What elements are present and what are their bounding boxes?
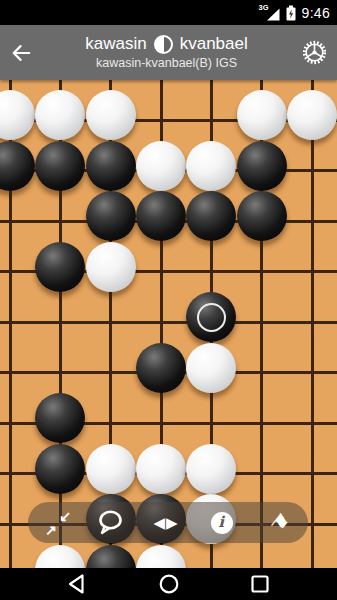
game-info-button[interactable]: i — [200, 502, 244, 543]
floating-toolbar: ↙ ↗ ◀▶ i ⚑ — [28, 502, 308, 543]
chat-bubble-icon — [96, 509, 124, 536]
pass-flag-button[interactable]: ⚑ — [257, 502, 301, 543]
stone-white[interactable] — [136, 545, 186, 569]
stone-white[interactable] — [0, 90, 35, 140]
exit-fullscreen-button[interactable]: ↙ ↗ — [36, 502, 80, 543]
info-icon: i — [211, 512, 233, 534]
page-title: kawasin kvanbael — [85, 34, 247, 54]
title-block: kawasin kvanbael kawasin-kvanbael(B) IGS — [42, 34, 291, 71]
stone-white[interactable] — [35, 545, 85, 569]
status-bar: 3G 9:46 — [0, 0, 337, 25]
nav-recents-button[interactable] — [245, 568, 275, 600]
stone-white[interactable] — [237, 90, 287, 140]
nav-home-button[interactable] — [154, 568, 184, 600]
prev-move-icon: ◀ — [153, 514, 166, 531]
signal-triangle-icon — [266, 8, 280, 21]
nav-back-button[interactable] — [62, 568, 92, 600]
stone-white[interactable] — [287, 90, 337, 140]
stone-white[interactable] — [186, 343, 236, 393]
stone-black[interactable] — [35, 393, 85, 443]
android-nav-bar — [0, 568, 337, 600]
stone-black[interactable] — [86, 141, 136, 191]
stone-white[interactable] — [86, 242, 136, 292]
settings-button[interactable] — [291, 25, 337, 80]
game-subtitle: kawasin-kvanbael(B) IGS — [96, 55, 237, 71]
prev-next-icon: ◀▶ — [153, 514, 178, 532]
nav-home-icon — [158, 573, 180, 595]
stone-black[interactable] — [86, 545, 136, 569]
stone-white[interactable] — [186, 444, 236, 494]
signal-3g-icon: 3G — [259, 4, 280, 21]
go-board[interactable]: ↙ ↗ ◀▶ i ⚑ — [0, 80, 337, 568]
grid-line-vertical — [311, 80, 314, 568]
chat-button[interactable] — [88, 502, 132, 543]
back-arrow-icon — [10, 42, 32, 64]
collapse-arrow-down-left: ↙ — [59, 508, 71, 524]
app-bar: kawasin kvanbael kawasin-kvanbael(B) IGS — [0, 25, 337, 80]
stone-black[interactable] — [237, 191, 287, 241]
stone-black[interactable] — [35, 444, 85, 494]
stone-black[interactable] — [86, 191, 136, 241]
battery-charging-icon — [285, 4, 297, 22]
stone-white[interactable] — [136, 141, 186, 191]
stone-black[interactable] — [136, 191, 186, 241]
stone-white[interactable] — [186, 141, 236, 191]
nav-back-icon — [67, 573, 87, 595]
stone-black[interactable] — [0, 141, 35, 191]
player-colors-icon — [154, 35, 173, 54]
grid-line-horizontal — [0, 321, 337, 324]
stone-black[interactable] — [186, 191, 236, 241]
stone-black[interactable] — [35, 141, 85, 191]
stone-black[interactable] — [237, 141, 287, 191]
stone-black[interactable] — [136, 343, 186, 393]
screen: { "status_bar": { "network": "3G", "time… — [0, 0, 337, 600]
stone-black-last-move[interactable] — [186, 292, 236, 342]
clock-label: 9:46 — [302, 5, 330, 21]
gear-icon — [301, 39, 328, 66]
next-move-icon: ▶ — [166, 514, 179, 531]
player-white-name: kawasin — [85, 34, 146, 54]
stone-white[interactable] — [35, 90, 85, 140]
info-letter: i — [218, 515, 224, 530]
player-black-name: kvanbael — [180, 34, 248, 54]
stone-white[interactable] — [86, 90, 136, 140]
exit-fullscreen-icon: ↙ ↗ — [46, 511, 70, 535]
back-button[interactable] — [0, 25, 42, 80]
nav-recents-icon — [250, 573, 270, 595]
stone-white[interactable] — [136, 444, 186, 494]
collapse-arrow-up-right: ↗ — [45, 522, 57, 538]
stone-white[interactable] — [86, 444, 136, 494]
stone-black[interactable] — [35, 242, 85, 292]
last-move-marker — [197, 303, 226, 332]
flag-icon: ⚑ — [264, 507, 294, 538]
move-navigation-button[interactable]: ◀▶ — [144, 502, 188, 543]
